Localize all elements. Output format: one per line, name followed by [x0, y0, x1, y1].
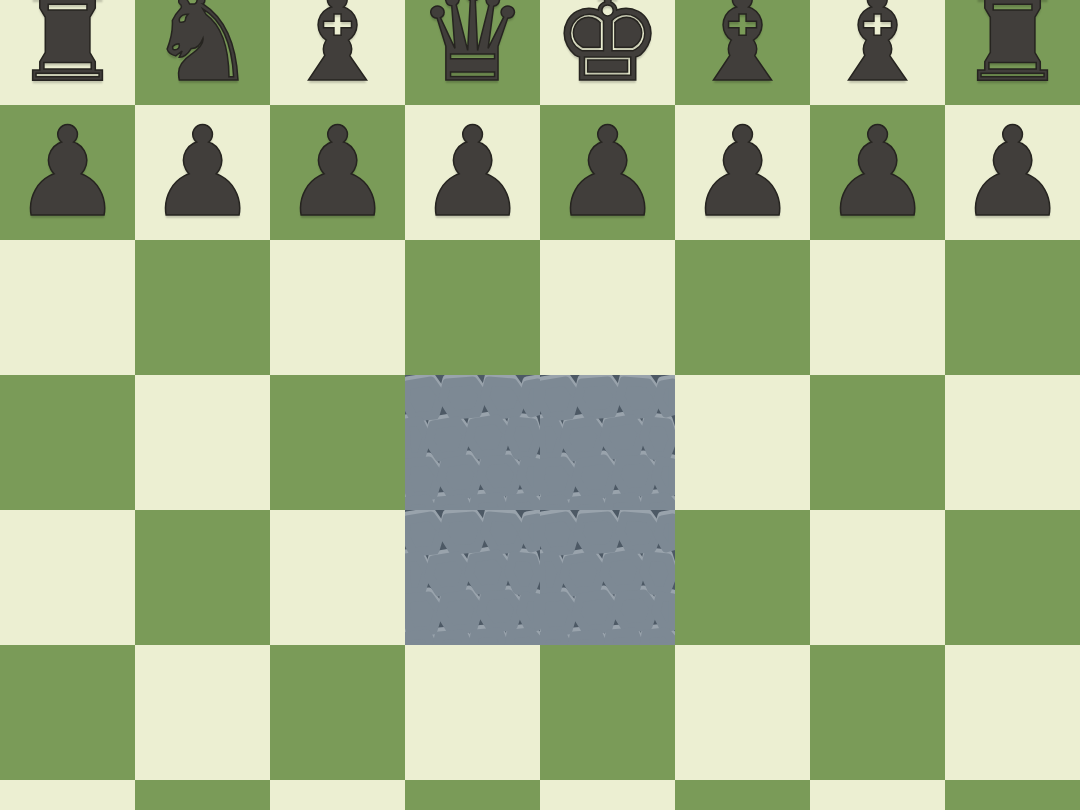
square-g2[interactable] [810, 780, 945, 810]
square-h5[interactable] [945, 375, 1080, 510]
black-pawn[interactable]: ♟ [687, 105, 798, 240]
square-c2[interactable] [270, 780, 405, 810]
square-f4[interactable] [675, 510, 810, 645]
black-knight[interactable]: ♞ [147, 0, 258, 105]
square-h4[interactable] [945, 510, 1080, 645]
square-d2[interactable] [405, 780, 540, 810]
black-pawn[interactable]: ♟ [822, 105, 933, 240]
square-e4[interactable] [540, 510, 675, 645]
black-pawn[interactable]: ♟ [147, 105, 258, 240]
square-g4[interactable] [810, 510, 945, 645]
square-b4[interactable] [135, 510, 270, 645]
black-bishop[interactable]: ♝ [687, 0, 798, 105]
square-d8[interactable]: ♛ [405, 0, 540, 105]
square-g8[interactable]: ♝ [810, 0, 945, 105]
square-d7[interactable]: ♟ [405, 105, 540, 240]
black-pawn[interactable]: ♟ [957, 105, 1068, 240]
black-rook[interactable]: ♜ [12, 0, 123, 105]
black-rook[interactable]: ♜ [957, 0, 1068, 105]
square-b7[interactable]: ♟ [135, 105, 270, 240]
square-a2[interactable] [0, 780, 135, 810]
square-c5[interactable] [270, 375, 405, 510]
square-f6[interactable] [675, 240, 810, 375]
square-b2[interactable] [135, 780, 270, 810]
square-e6[interactable] [540, 240, 675, 375]
black-pawn[interactable]: ♟ [552, 105, 663, 240]
square-g5[interactable] [810, 375, 945, 510]
black-pawn[interactable]: ♟ [282, 105, 393, 240]
square-e8[interactable]: ♚ [540, 0, 675, 105]
square-g3[interactable] [810, 645, 945, 780]
square-h7[interactable]: ♟ [945, 105, 1080, 240]
black-king[interactable]: ♚ [552, 0, 663, 105]
square-h3[interactable] [945, 645, 1080, 780]
square-d6[interactable] [405, 240, 540, 375]
square-g6[interactable] [810, 240, 945, 375]
stone-block-icon [540, 375, 675, 510]
square-h6[interactable] [945, 240, 1080, 375]
black-pawn[interactable]: ♟ [417, 105, 528, 240]
square-b3[interactable] [135, 645, 270, 780]
square-f8[interactable]: ♝ [675, 0, 810, 105]
square-d5[interactable] [405, 375, 540, 510]
square-c7[interactable]: ♟ [270, 105, 405, 240]
square-a6[interactable] [0, 240, 135, 375]
square-e5[interactable] [540, 375, 675, 510]
stone-block-icon [540, 510, 675, 645]
square-c8[interactable]: ♝ [270, 0, 405, 105]
black-pawn[interactable]: ♟ [12, 105, 123, 240]
square-f3[interactable] [675, 645, 810, 780]
square-a3[interactable] [0, 645, 135, 780]
square-e2[interactable] [540, 780, 675, 810]
black-queen[interactable]: ♛ [417, 0, 528, 105]
square-a4[interactable] [0, 510, 135, 645]
square-h2[interactable] [945, 780, 1080, 810]
black-bishop[interactable]: ♝ [282, 0, 393, 105]
square-b8[interactable]: ♞ [135, 0, 270, 105]
game-stage: ♜♞♝♛♚♝♝♜♟♟♟♟♟♟♟♟ [0, 0, 1080, 810]
square-f7[interactable]: ♟ [675, 105, 810, 240]
stone-block-icon [405, 375, 540, 510]
square-b6[interactable] [135, 240, 270, 375]
square-b5[interactable] [135, 375, 270, 510]
square-f2[interactable] [675, 780, 810, 810]
square-e7[interactable]: ♟ [540, 105, 675, 240]
square-e3[interactable] [540, 645, 675, 780]
square-h8[interactable]: ♜ [945, 0, 1080, 105]
square-d4[interactable] [405, 510, 540, 645]
square-c6[interactable] [270, 240, 405, 375]
square-a8[interactable]: ♜ [0, 0, 135, 105]
square-c4[interactable] [270, 510, 405, 645]
chess-board: ♜♞♝♛♚♝♝♜♟♟♟♟♟♟♟♟ [0, 0, 1080, 810]
square-g7[interactable]: ♟ [810, 105, 945, 240]
stone-block-icon [405, 510, 540, 645]
black-bishop[interactable]: ♝ [822, 0, 933, 105]
square-f5[interactable] [675, 375, 810, 510]
square-a7[interactable]: ♟ [0, 105, 135, 240]
square-c3[interactable] [270, 645, 405, 780]
square-a5[interactable] [0, 375, 135, 510]
square-d3[interactable] [405, 645, 540, 780]
